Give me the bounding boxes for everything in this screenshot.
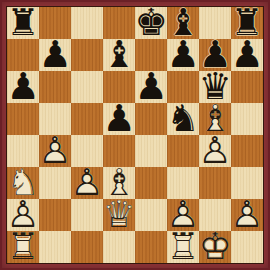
piece-white-rook-a1[interactable]: ♜♖ (7, 231, 39, 263)
square-e5[interactable] (135, 103, 167, 135)
square-f7[interactable]: ♟ (167, 39, 199, 71)
piece-black-knight-f5[interactable]: ♞ (167, 103, 199, 135)
piece-black-pawn-e6[interactable]: ♟ (135, 71, 167, 103)
piece-white-king-g1[interactable]: ♚♔ (199, 231, 231, 263)
square-h4[interactable] (231, 135, 263, 167)
square-a5[interactable] (7, 103, 39, 135)
piece-black-rook-a8[interactable]: ♜ (7, 7, 39, 39)
square-c8[interactable] (71, 7, 103, 39)
square-h2[interactable]: ♟♙ (231, 199, 263, 231)
square-f4[interactable] (167, 135, 199, 167)
square-c6[interactable] (71, 71, 103, 103)
square-b2[interactable] (39, 199, 71, 231)
square-a8[interactable]: ♜ (7, 7, 39, 39)
piece-white-pawn-h2[interactable]: ♟♙ (231, 199, 263, 231)
square-d7[interactable]: ♝ (103, 39, 135, 71)
piece-black-king-e8[interactable]: ♚ (135, 7, 167, 39)
square-d5[interactable]: ♟ (103, 103, 135, 135)
square-e1[interactable] (135, 231, 167, 263)
piece-black-pawn-b7[interactable]: ♟ (39, 39, 71, 71)
piece-black-pawn-h7[interactable]: ♟ (231, 39, 263, 71)
square-f1[interactable]: ♜♖ (167, 231, 199, 263)
chess-board: ♜♚♝♜♟♝♟♟♟♟♟♛♟♞♝♗♟♙♟♙♞♘♟♙♝♗♟♙♛♕♟♙♟♙♜♖♜♖♚♔ (7, 7, 263, 263)
square-g1[interactable]: ♚♔ (199, 231, 231, 263)
piece-white-pawn-b4[interactable]: ♟♙ (39, 135, 71, 167)
square-b1[interactable] (39, 231, 71, 263)
square-a6[interactable]: ♟ (7, 71, 39, 103)
square-d2[interactable]: ♛♕ (103, 199, 135, 231)
square-e4[interactable] (135, 135, 167, 167)
piece-black-pawn-a6[interactable]: ♟ (7, 71, 39, 103)
piece-black-pawn-d5[interactable]: ♟ (103, 103, 135, 135)
square-e3[interactable] (135, 167, 167, 199)
piece-black-pawn-f7[interactable]: ♟ (167, 39, 199, 71)
piece-black-bishop-d7[interactable]: ♝ (103, 39, 135, 71)
square-e2[interactable] (135, 199, 167, 231)
piece-white-queen-d2[interactable]: ♛♕ (103, 199, 135, 231)
square-c2[interactable] (71, 199, 103, 231)
square-h5[interactable] (231, 103, 263, 135)
piece-white-pawn-g4[interactable]: ♟♙ (199, 135, 231, 167)
square-e8[interactable]: ♚ (135, 7, 167, 39)
square-b3[interactable] (39, 167, 71, 199)
square-c3[interactable]: ♟♙ (71, 167, 103, 199)
board-frame: ♜♚♝♜♟♝♟♟♟♟♟♛♟♞♝♗♟♙♟♙♞♘♟♙♝♗♟♙♛♕♟♙♟♙♜♖♜♖♚♔ (0, 0, 270, 270)
square-c5[interactable] (71, 103, 103, 135)
square-h1[interactable] (231, 231, 263, 263)
square-c7[interactable] (71, 39, 103, 71)
piece-white-pawn-c3[interactable]: ♟♙ (71, 167, 103, 199)
square-h6[interactable] (231, 71, 263, 103)
square-b4[interactable]: ♟♙ (39, 135, 71, 167)
square-h7[interactable]: ♟ (231, 39, 263, 71)
square-b7[interactable]: ♟ (39, 39, 71, 71)
square-a1[interactable]: ♜♖ (7, 231, 39, 263)
square-d1[interactable] (103, 231, 135, 263)
square-f5[interactable]: ♞ (167, 103, 199, 135)
square-b6[interactable] (39, 71, 71, 103)
square-e6[interactable]: ♟ (135, 71, 167, 103)
square-c1[interactable] (71, 231, 103, 263)
square-g4[interactable]: ♟♙ (199, 135, 231, 167)
piece-white-rook-f1[interactable]: ♜♖ (167, 231, 199, 263)
square-g3[interactable] (199, 167, 231, 199)
